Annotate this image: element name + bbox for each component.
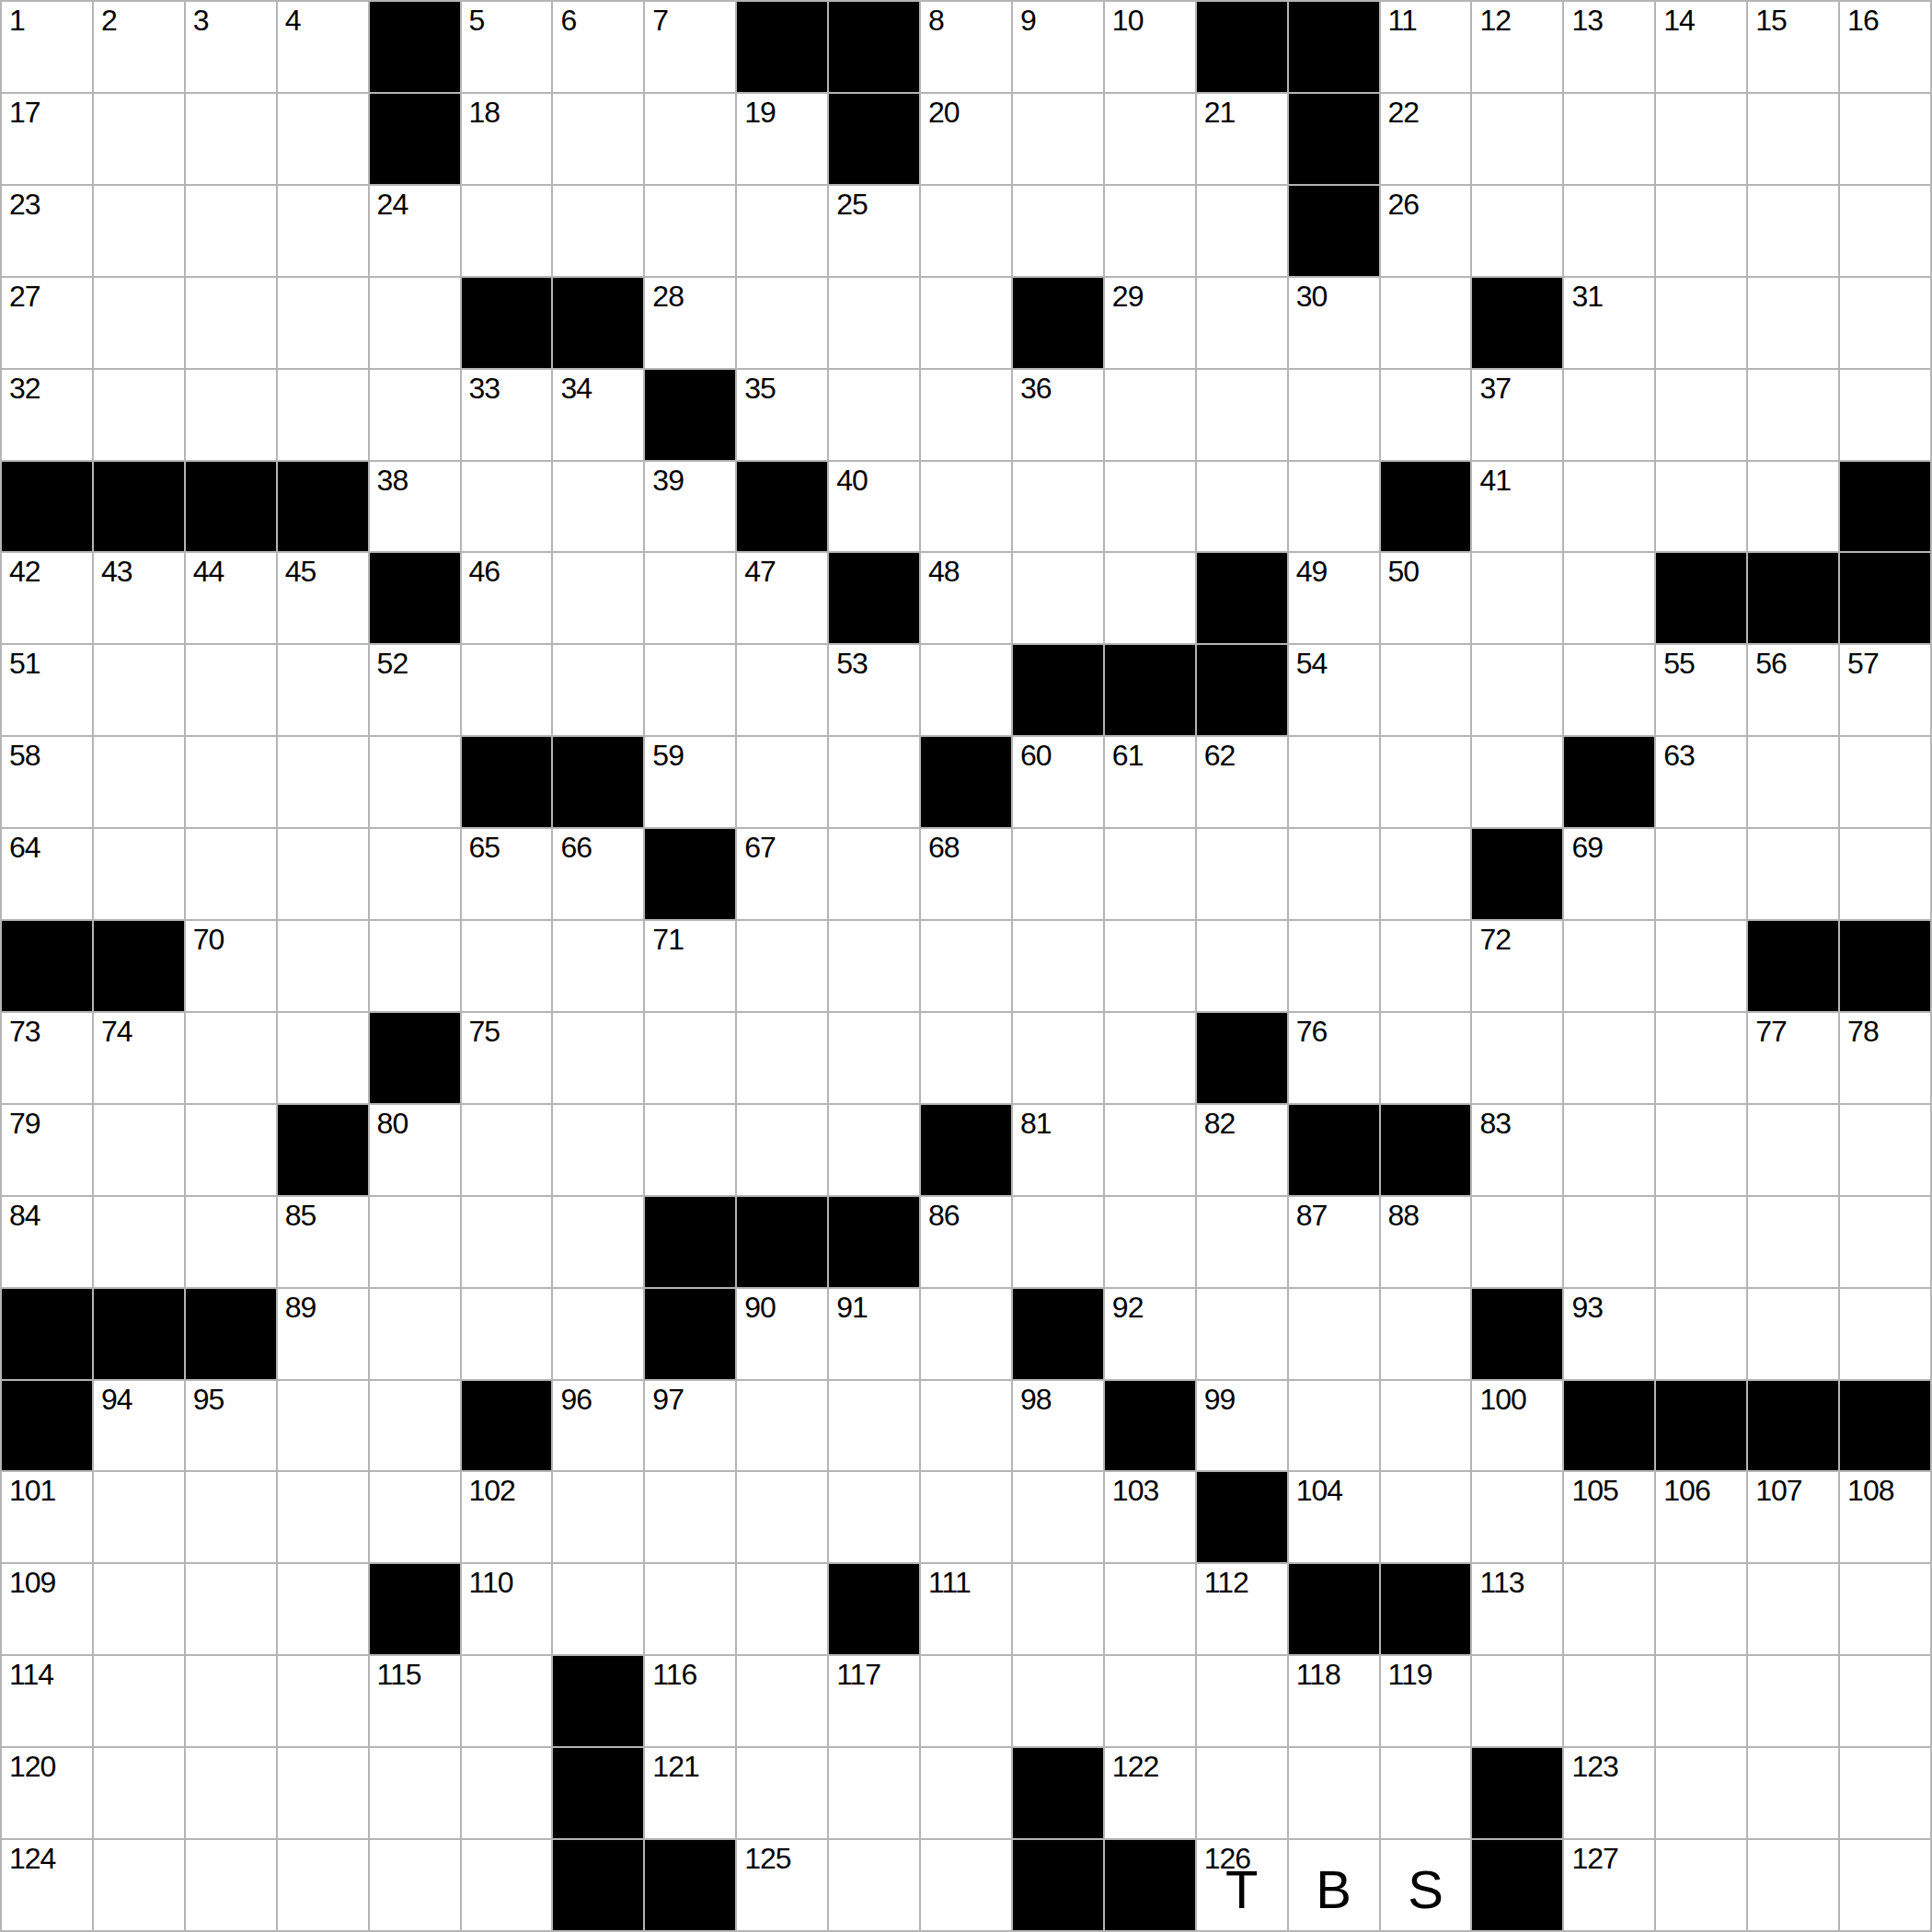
cell[interactable]	[1656, 1197, 1746, 1287]
cell[interactable]	[921, 278, 1011, 368]
cell[interactable]	[1656, 94, 1746, 184]
cell[interactable]	[1013, 94, 1103, 184]
cell[interactable]	[553, 1197, 643, 1287]
cell[interactable]: 97	[645, 1381, 735, 1471]
cell[interactable]	[829, 1748, 919, 1838]
cell[interactable]	[1472, 186, 1562, 276]
cell[interactable]: 32	[2, 370, 92, 460]
cell[interactable]	[1564, 370, 1654, 460]
cell[interactable]: 44	[186, 553, 276, 643]
cell[interactable]: 66	[553, 829, 643, 919]
cell[interactable]	[737, 1656, 827, 1746]
cell[interactable]	[737, 1748, 827, 1838]
cell[interactable]	[553, 1013, 643, 1103]
cell[interactable]	[186, 645, 276, 735]
cell[interactable]	[553, 553, 643, 643]
cell[interactable]	[1656, 278, 1746, 368]
cell[interactable]: 73	[2, 1013, 92, 1103]
cell[interactable]	[1381, 1381, 1471, 1471]
cell[interactable]	[645, 186, 735, 276]
cell[interactable]: 21	[1197, 94, 1287, 184]
cell[interactable]	[1748, 1840, 1838, 1930]
cell[interactable]: 14	[1656, 2, 1746, 92]
cell[interactable]	[829, 1105, 919, 1195]
cell[interactable]	[1748, 1748, 1838, 1838]
cell[interactable]	[921, 1289, 1011, 1379]
cell[interactable]	[1472, 1472, 1562, 1562]
cell[interactable]: 54	[1289, 645, 1379, 735]
cell[interactable]	[94, 1656, 184, 1746]
cell[interactable]	[94, 186, 184, 276]
cell[interactable]	[1013, 1197, 1103, 1287]
cell[interactable]	[1840, 1840, 1930, 1930]
cell[interactable]: 119	[1381, 1656, 1471, 1746]
cell[interactable]	[370, 1381, 460, 1471]
cell[interactable]	[829, 370, 919, 460]
cell[interactable]: 20	[921, 94, 1011, 184]
cell[interactable]	[1748, 94, 1838, 184]
cell[interactable]: 49	[1289, 553, 1379, 643]
cell[interactable]: 77	[1748, 1013, 1838, 1103]
cell[interactable]	[921, 186, 1011, 276]
cell[interactable]: 82	[1197, 1105, 1287, 1195]
cell[interactable]: 113	[1472, 1564, 1562, 1654]
cell[interactable]: 4	[278, 2, 368, 92]
cell[interactable]: 42	[2, 553, 92, 643]
cell[interactable]: 95	[186, 1381, 276, 1471]
cell[interactable]: 52	[370, 645, 460, 735]
cell[interactable]	[1748, 1105, 1838, 1195]
cell[interactable]	[1656, 1289, 1746, 1379]
cell[interactable]	[1013, 1656, 1103, 1746]
cell[interactable]	[1197, 462, 1287, 552]
cell[interactable]: 106	[1656, 1472, 1746, 1562]
cell[interactable]	[370, 921, 460, 1011]
cell[interactable]	[278, 1656, 368, 1746]
cell[interactable]	[1748, 1656, 1838, 1746]
cell[interactable]	[1381, 1748, 1471, 1838]
cell[interactable]: 61	[1105, 737, 1195, 827]
cell[interactable]: 70	[186, 921, 276, 1011]
cell[interactable]: 58	[2, 737, 92, 827]
cell[interactable]	[1840, 94, 1930, 184]
cell[interactable]: 122	[1105, 1748, 1195, 1838]
cell[interactable]	[1472, 94, 1562, 184]
cell[interactable]: 59	[645, 737, 735, 827]
cell[interactable]: 86	[921, 1197, 1011, 1287]
cell[interactable]: 116	[645, 1656, 735, 1746]
cell[interactable]: 79	[2, 1105, 92, 1195]
cell[interactable]: 51	[2, 645, 92, 735]
cell[interactable]: 71	[645, 921, 735, 1011]
cell[interactable]	[1105, 1656, 1195, 1746]
cell[interactable]: 102	[462, 1472, 552, 1562]
cell[interactable]	[462, 1105, 552, 1195]
cell[interactable]: 89	[278, 1289, 368, 1379]
cell[interactable]	[370, 1748, 460, 1838]
cell[interactable]	[1656, 921, 1746, 1011]
cell[interactable]: 31	[1564, 278, 1654, 368]
cell[interactable]: 76	[1289, 1013, 1379, 1103]
cell[interactable]	[370, 1472, 460, 1562]
cell[interactable]	[1381, 278, 1471, 368]
cell[interactable]	[1656, 462, 1746, 552]
cell[interactable]	[1564, 921, 1654, 1011]
cell[interactable]	[1748, 370, 1838, 460]
cell[interactable]	[1381, 1472, 1471, 1562]
cell[interactable]	[370, 1289, 460, 1379]
cell[interactable]	[921, 1656, 1011, 1746]
cell[interactable]: 45	[278, 553, 368, 643]
cell[interactable]	[1840, 1289, 1930, 1379]
cell[interactable]: 123	[1564, 1748, 1654, 1838]
cell[interactable]: 88	[1381, 1197, 1471, 1287]
cell[interactable]	[737, 921, 827, 1011]
cell[interactable]	[1656, 1013, 1746, 1103]
cell[interactable]	[1013, 921, 1103, 1011]
cell[interactable]	[921, 1472, 1011, 1562]
cell[interactable]	[94, 370, 184, 460]
cell[interactable]: 124	[2, 1840, 92, 1930]
cell[interactable]	[462, 462, 552, 552]
cell[interactable]: 101	[2, 1472, 92, 1562]
cell[interactable]: 15	[1748, 2, 1838, 92]
cell[interactable]	[737, 1472, 827, 1562]
cell[interactable]	[278, 921, 368, 1011]
cell[interactable]: 117	[829, 1656, 919, 1746]
cell[interactable]: 107	[1748, 1472, 1838, 1562]
cell[interactable]	[370, 829, 460, 919]
cell[interactable]	[1381, 1013, 1471, 1103]
cell[interactable]	[737, 645, 827, 735]
cell[interactable]	[1105, 829, 1195, 919]
cell[interactable]	[1013, 553, 1103, 643]
cell[interactable]	[1656, 370, 1746, 460]
cell[interactable]: 56	[1748, 645, 1838, 735]
cell[interactable]	[1197, 278, 1287, 368]
cell[interactable]: 87	[1289, 1197, 1379, 1287]
cell[interactable]	[1656, 1105, 1746, 1195]
cell[interactable]: 55	[1656, 645, 1746, 735]
cell[interactable]	[645, 1013, 735, 1103]
cell[interactable]	[921, 921, 1011, 1011]
cell[interactable]	[737, 186, 827, 276]
cell[interactable]	[1289, 462, 1379, 552]
cell[interactable]	[645, 645, 735, 735]
cell[interactable]: 74	[94, 1013, 184, 1103]
cell[interactable]	[1656, 186, 1746, 276]
cell[interactable]: 22	[1381, 94, 1471, 184]
cell[interactable]	[1197, 1289, 1287, 1379]
cell[interactable]	[829, 829, 919, 919]
cell[interactable]: 126T	[1197, 1840, 1287, 1930]
cell[interactable]: 50	[1381, 553, 1471, 643]
cell[interactable]	[278, 1381, 368, 1471]
cell[interactable]	[278, 186, 368, 276]
cell[interactable]	[737, 278, 827, 368]
cell[interactable]	[186, 1564, 276, 1654]
cell[interactable]: 65	[462, 829, 552, 919]
cell[interactable]: 9	[1013, 2, 1103, 92]
cell[interactable]	[278, 1840, 368, 1930]
cell[interactable]	[462, 645, 552, 735]
cell[interactable]: 28	[645, 278, 735, 368]
cell[interactable]	[1105, 921, 1195, 1011]
cell[interactable]	[1564, 94, 1654, 184]
cell[interactable]	[370, 370, 460, 460]
cell[interactable]: 96	[553, 1381, 643, 1471]
cell[interactable]	[1013, 829, 1103, 919]
cell[interactable]	[186, 1105, 276, 1195]
cell[interactable]: 62	[1197, 737, 1287, 827]
cell[interactable]: 40	[829, 462, 919, 552]
cell[interactable]	[1840, 737, 1930, 827]
cell[interactable]	[829, 1840, 919, 1930]
cell[interactable]	[921, 1748, 1011, 1838]
cell[interactable]	[94, 1197, 184, 1287]
cell[interactable]	[829, 737, 919, 827]
cell[interactable]	[370, 1840, 460, 1930]
cell[interactable]	[1564, 645, 1654, 735]
cell[interactable]	[94, 278, 184, 368]
cell[interactable]	[1381, 645, 1471, 735]
cell[interactable]: 78	[1840, 1013, 1930, 1103]
cell[interactable]: 125	[737, 1840, 827, 1930]
cell[interactable]	[737, 1013, 827, 1103]
cell[interactable]: 72	[1472, 921, 1562, 1011]
cell[interactable]	[1105, 1197, 1195, 1287]
cell[interactable]: 27	[2, 278, 92, 368]
cell[interactable]: 13	[1564, 2, 1654, 92]
cell[interactable]: 68	[921, 829, 1011, 919]
cell[interactable]	[829, 1472, 919, 1562]
cell[interactable]	[1105, 462, 1195, 552]
cell[interactable]: 94	[94, 1381, 184, 1471]
cell[interactable]: 118	[1289, 1656, 1379, 1746]
cell[interactable]	[1564, 553, 1654, 643]
cell[interactable]	[94, 1105, 184, 1195]
cell[interactable]	[553, 1289, 643, 1379]
cell[interactable]	[1748, 1197, 1838, 1287]
cell[interactable]	[921, 462, 1011, 552]
cell[interactable]: 104	[1289, 1472, 1379, 1562]
cell[interactable]: 8	[921, 2, 1011, 92]
cell[interactable]: 38	[370, 462, 460, 552]
cell[interactable]	[1472, 1013, 1562, 1103]
cell[interactable]: 48	[921, 553, 1011, 643]
cell[interactable]	[1656, 829, 1746, 919]
cell[interactable]	[186, 1013, 276, 1103]
cell[interactable]	[1656, 1656, 1746, 1746]
cell[interactable]: 112	[1197, 1564, 1287, 1654]
cell[interactable]	[1013, 186, 1103, 276]
cell[interactable]: 41	[1472, 462, 1562, 552]
cell[interactable]	[737, 1105, 827, 1195]
cell[interactable]: 120	[2, 1748, 92, 1838]
cell[interactable]	[1197, 186, 1287, 276]
cell[interactable]	[1197, 829, 1287, 919]
cell[interactable]	[1289, 1748, 1379, 1838]
cell[interactable]	[921, 1381, 1011, 1471]
cell[interactable]	[1197, 370, 1287, 460]
cell[interactable]: 18	[462, 94, 552, 184]
cell[interactable]	[278, 645, 368, 735]
cell[interactable]	[94, 645, 184, 735]
cell[interactable]	[94, 94, 184, 184]
cell[interactable]: 67	[737, 829, 827, 919]
cell[interactable]	[1013, 1013, 1103, 1103]
cell[interactable]: S	[1381, 1840, 1471, 1930]
cell[interactable]	[1840, 829, 1930, 919]
cell[interactable]	[462, 1748, 552, 1838]
cell[interactable]	[1105, 186, 1195, 276]
cell[interactable]: 11	[1381, 2, 1471, 92]
cell[interactable]	[645, 94, 735, 184]
cell[interactable]: 80	[370, 1105, 460, 1195]
cell[interactable]: 92	[1105, 1289, 1195, 1379]
cell[interactable]	[1840, 1656, 1930, 1746]
cell[interactable]	[278, 829, 368, 919]
cell[interactable]	[1197, 1197, 1287, 1287]
cell[interactable]	[553, 1564, 643, 1654]
cell[interactable]	[1748, 1564, 1838, 1654]
cell[interactable]	[1289, 370, 1379, 460]
cell[interactable]	[1840, 1564, 1930, 1654]
cell[interactable]	[94, 1840, 184, 1930]
cell[interactable]: 1	[2, 2, 92, 92]
cell[interactable]	[1381, 737, 1471, 827]
cell[interactable]	[1381, 1289, 1471, 1379]
cell[interactable]: 83	[1472, 1105, 1562, 1195]
cell[interactable]	[186, 1840, 276, 1930]
cell[interactable]	[921, 1840, 1011, 1930]
cell[interactable]	[1564, 1564, 1654, 1654]
cell[interactable]	[1472, 1656, 1562, 1746]
cell[interactable]: 114	[2, 1656, 92, 1746]
cell[interactable]: 53	[829, 645, 919, 735]
cell[interactable]	[1197, 1748, 1287, 1838]
cell[interactable]	[553, 1105, 643, 1195]
cell[interactable]	[1564, 1656, 1654, 1746]
cell[interactable]: 39	[645, 462, 735, 552]
cell[interactable]	[1105, 1564, 1195, 1654]
cell[interactable]	[278, 1748, 368, 1838]
cell[interactable]	[1289, 737, 1379, 827]
cell[interactable]	[186, 737, 276, 827]
cell[interactable]: 35	[737, 370, 827, 460]
cell[interactable]: 63	[1656, 737, 1746, 827]
cell[interactable]	[553, 94, 643, 184]
cell[interactable]	[645, 1472, 735, 1562]
cell[interactable]: 105	[1564, 1472, 1654, 1562]
cell[interactable]	[1105, 1105, 1195, 1195]
cell[interactable]: 43	[94, 553, 184, 643]
cell[interactable]	[829, 1381, 919, 1471]
cell[interactable]: 93	[1564, 1289, 1654, 1379]
cell[interactable]	[1472, 1197, 1562, 1287]
cell[interactable]: 25	[829, 186, 919, 276]
cell[interactable]: B	[1289, 1840, 1379, 1930]
cell[interactable]	[1748, 829, 1838, 919]
cell[interactable]: 26	[1381, 186, 1471, 276]
cell[interactable]	[462, 1656, 552, 1746]
cell[interactable]	[1289, 1289, 1379, 1379]
cell[interactable]: 103	[1105, 1472, 1195, 1562]
cell[interactable]: 33	[462, 370, 552, 460]
cell[interactable]	[737, 737, 827, 827]
cell[interactable]	[462, 186, 552, 276]
cell[interactable]	[278, 1013, 368, 1103]
cell[interactable]	[1472, 737, 1562, 827]
cell[interactable]	[1564, 462, 1654, 552]
cell[interactable]	[1748, 186, 1838, 276]
cell[interactable]	[1105, 553, 1195, 643]
cell[interactable]: 90	[737, 1289, 827, 1379]
cell[interactable]	[829, 1013, 919, 1103]
cell[interactable]: 60	[1013, 737, 1103, 827]
cell[interactable]	[829, 921, 919, 1011]
cell[interactable]	[921, 645, 1011, 735]
cell[interactable]: 99	[1197, 1381, 1287, 1471]
cell[interactable]	[1013, 1564, 1103, 1654]
cell[interactable]	[1656, 1564, 1746, 1654]
cell[interactable]	[186, 370, 276, 460]
cell[interactable]	[1197, 1656, 1287, 1746]
cell[interactable]: 91	[829, 1289, 919, 1379]
cell[interactable]: 100	[1472, 1381, 1562, 1471]
cell[interactable]	[553, 921, 643, 1011]
cell[interactable]: 47	[737, 553, 827, 643]
cell[interactable]	[462, 1197, 552, 1287]
cell[interactable]: 46	[462, 553, 552, 643]
cell[interactable]: 84	[2, 1197, 92, 1287]
cell[interactable]: 69	[1564, 829, 1654, 919]
cell[interactable]: 121	[645, 1748, 735, 1838]
cell[interactable]	[278, 1472, 368, 1562]
cell[interactable]	[462, 921, 552, 1011]
cell[interactable]	[553, 462, 643, 552]
cell[interactable]	[1840, 1197, 1930, 1287]
cell[interactable]	[1748, 737, 1838, 827]
cell[interactable]	[370, 1197, 460, 1287]
cell[interactable]	[829, 278, 919, 368]
cell[interactable]: 111	[921, 1564, 1011, 1654]
cell[interactable]	[186, 1472, 276, 1562]
cell[interactable]: 5	[462, 2, 552, 92]
cell[interactable]: 57	[1840, 645, 1930, 735]
cell[interactable]	[94, 1748, 184, 1838]
cell[interactable]	[278, 737, 368, 827]
cell[interactable]	[1289, 1381, 1379, 1471]
cell[interactable]	[1013, 462, 1103, 552]
cell[interactable]	[1105, 94, 1195, 184]
cell[interactable]: 7	[645, 2, 735, 92]
cell[interactable]	[1105, 370, 1195, 460]
cell[interactable]	[1564, 1105, 1654, 1195]
cell[interactable]	[1840, 1748, 1930, 1838]
cell[interactable]	[1564, 1197, 1654, 1287]
cell[interactable]: 16	[1840, 2, 1930, 92]
cell[interactable]	[921, 1013, 1011, 1103]
cell[interactable]: 2	[94, 2, 184, 92]
cell[interactable]	[1013, 1472, 1103, 1562]
cell[interactable]: 81	[1013, 1105, 1103, 1195]
cell[interactable]	[1748, 462, 1838, 552]
cell[interactable]	[278, 370, 368, 460]
cell[interactable]: 3	[186, 2, 276, 92]
cell[interactable]	[1472, 553, 1562, 643]
cell[interactable]	[278, 1564, 368, 1654]
